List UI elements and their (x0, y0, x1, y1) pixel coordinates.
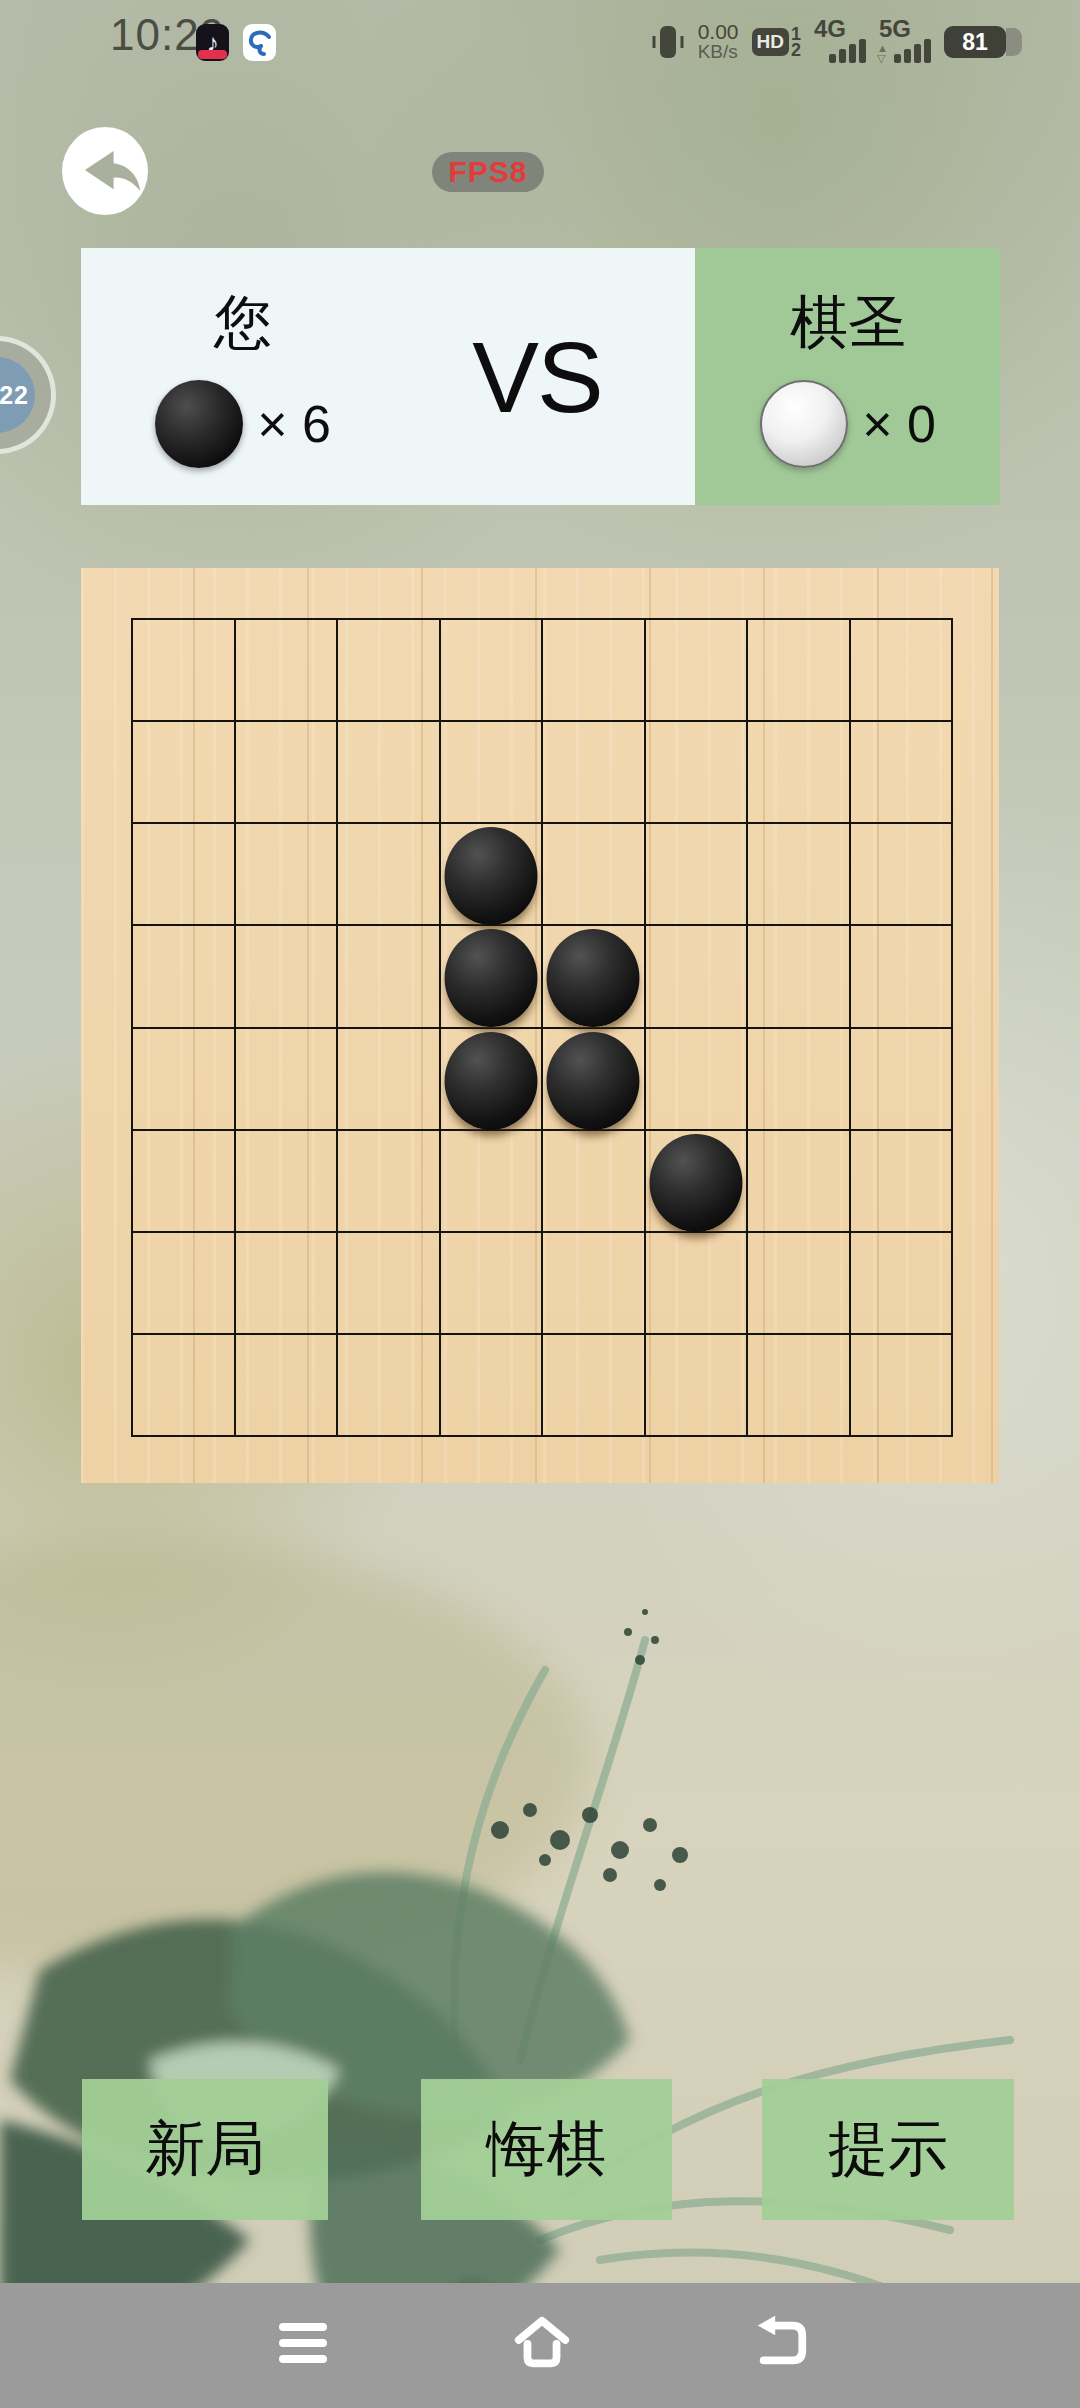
back-nav-icon[interactable] (752, 2313, 810, 2369)
new-game-button[interactable]: 新局 (82, 2079, 328, 2220)
board-cell-4-0[interactable] (132, 1028, 235, 1130)
board-cell-7-1[interactable] (235, 1334, 338, 1436)
douyin-ribbon (198, 50, 227, 59)
board-cell-4-3[interactable] (440, 1028, 543, 1130)
status-icons: 0.00 KB/s HD 1 2 4G 5G ▲▽ 81 (651, 20, 1022, 64)
board-cell-2-7[interactable] (850, 823, 953, 925)
volte-indicator: HD 1 2 (752, 26, 801, 58)
board-cell-2-2[interactable] (337, 823, 440, 925)
battery-percent: 81 (962, 29, 988, 56)
speed-unit: KB/s (698, 42, 738, 62)
black-stone-icon (155, 380, 243, 468)
hd-badge-icon: HD (752, 28, 789, 56)
board-cell-3-7[interactable] (850, 925, 953, 1027)
game-board (81, 568, 999, 1483)
board-cell-7-3[interactable] (440, 1334, 543, 1436)
board-grid (131, 618, 953, 1437)
hint-button[interactable]: 提示 (762, 2079, 1014, 2220)
opponent-stone-count: × 0 (862, 394, 936, 454)
board-cell-4-5[interactable] (645, 1028, 748, 1130)
board-cell-7-2[interactable] (337, 1334, 440, 1436)
sim2-signal-icon: 5G ▲▽ (879, 19, 931, 65)
black-stone (444, 929, 537, 1027)
player-panel: 您 × 6 VS (81, 248, 695, 505)
white-stone-icon (760, 380, 848, 468)
board-cell-6-4[interactable] (542, 1232, 645, 1334)
board-cell-4-2[interactable] (337, 1028, 440, 1130)
ink-speckle-flower (491, 1609, 688, 1891)
board-cell-0-3[interactable] (440, 619, 543, 721)
board-cell-1-0[interactable] (132, 721, 235, 823)
board-cell-1-5[interactable] (645, 721, 748, 823)
battery-icon: 81 (944, 26, 1022, 58)
board-cell-2-1[interactable] (235, 823, 338, 925)
assistive-bubble-value: 22 (0, 381, 29, 410)
board-cell-6-5[interactable] (645, 1232, 748, 1334)
board-cell-6-1[interactable] (235, 1232, 338, 1334)
network-speed: 0.00 KB/s (698, 22, 739, 62)
board-cell-4-6[interactable] (747, 1028, 850, 1130)
board-cell-3-5[interactable] (645, 925, 748, 1027)
speed-value: 0.00 (698, 22, 739, 42)
board-cell-6-0[interactable] (132, 1232, 235, 1334)
board-cell-2-5[interactable] (645, 823, 748, 925)
board-cell-5-4[interactable] (542, 1130, 645, 1232)
opponent-panel: 棋圣 × 0 (695, 248, 1000, 505)
fps-badge: FPS8 (432, 152, 544, 192)
board-cell-3-3[interactable] (440, 925, 543, 1027)
board-cell-6-3[interactable] (440, 1232, 543, 1334)
board-cell-0-4[interactable] (542, 619, 645, 721)
board-cell-7-4[interactable] (542, 1334, 645, 1436)
assistive-bubble[interactable]: 22 (0, 336, 56, 454)
board-cell-0-5[interactable] (645, 619, 748, 721)
board-cell-1-2[interactable] (337, 721, 440, 823)
board-cell-3-1[interactable] (235, 925, 338, 1027)
status-bar: 10:29 ♪ 0.00 KB/s HD 1 2 (0, 0, 1080, 70)
board-cell-7-6[interactable] (747, 1334, 850, 1436)
black-stone (444, 827, 537, 925)
board-cell-3-6[interactable] (747, 925, 850, 1027)
board-cell-3-2[interactable] (337, 925, 440, 1027)
board-cell-1-7[interactable] (850, 721, 953, 823)
board-cell-1-3[interactable] (440, 721, 543, 823)
board-cell-5-1[interactable] (235, 1130, 338, 1232)
telecom-logo-icon (247, 29, 273, 57)
board-cell-2-0[interactable] (132, 823, 235, 925)
assistive-bubble-disc: 22 (0, 357, 35, 433)
app-screen: 10:29 ♪ 0.00 KB/s HD 1 2 (0, 0, 1080, 2408)
board-cell-5-7[interactable] (850, 1130, 953, 1232)
douyin-notification-icon: ♪ (196, 24, 229, 61)
board-cell-5-3[interactable] (440, 1130, 543, 1232)
board-cell-0-7[interactable] (850, 619, 953, 721)
board-cell-5-5[interactable] (645, 1130, 748, 1232)
board-cell-0-1[interactable] (235, 619, 338, 721)
board-cell-7-7[interactable] (850, 1334, 953, 1436)
board-cell-5-6[interactable] (747, 1130, 850, 1232)
board-cell-1-1[interactable] (235, 721, 338, 823)
undo-move-button[interactable]: 悔棋 (421, 2079, 672, 2220)
sim1-signal-icon: 4G (814, 19, 866, 65)
back-arrow-icon (62, 127, 148, 215)
board-cell-0-2[interactable] (337, 619, 440, 721)
black-stone (547, 1032, 640, 1130)
board-cell-4-1[interactable] (235, 1028, 338, 1130)
vs-label: VS (472, 320, 601, 435)
board-cell-2-4[interactable] (542, 823, 645, 925)
sim2-index: 2 (791, 42, 801, 58)
board-cell-4-4[interactable] (542, 1028, 645, 1130)
menu-icon[interactable] (279, 2313, 327, 2373)
back-button[interactable] (62, 127, 148, 215)
lotus-painting (0, 1500, 1080, 2408)
board-cell-0-6[interactable] (747, 619, 850, 721)
china-telecom-notification-icon (243, 24, 276, 61)
player-name: 您 (214, 284, 272, 362)
black-stone (444, 1032, 537, 1130)
board-cell-3-0[interactable] (132, 925, 235, 1027)
scoreboard: 您 × 6 VS 棋圣 × 0 (81, 248, 1000, 505)
board-cell-1-4[interactable] (542, 721, 645, 823)
board-cell-1-6[interactable] (747, 721, 850, 823)
board-cell-2-6[interactable] (747, 823, 850, 925)
board-cell-7-5[interactable] (645, 1334, 748, 1436)
board-cell-5-2[interactable] (337, 1130, 440, 1232)
black-stone (649, 1134, 742, 1232)
board-cell-0-0[interactable] (132, 619, 235, 721)
vibrate-icon (651, 22, 685, 62)
board-cell-6-6[interactable] (747, 1232, 850, 1334)
home-icon[interactable] (511, 2313, 573, 2373)
board-cell-5-0[interactable] (132, 1130, 235, 1232)
board-cell-7-0[interactable] (132, 1334, 235, 1436)
board-cell-3-4[interactable] (542, 925, 645, 1027)
battery-cap (1006, 28, 1022, 56)
board-cell-6-7[interactable] (850, 1232, 953, 1334)
board-cell-2-3[interactable] (440, 823, 543, 925)
board-cell-4-7[interactable] (850, 1028, 953, 1130)
black-stone (547, 929, 640, 1027)
navigation-bar (0, 2283, 1080, 2408)
player-stone-count: × 6 (257, 394, 331, 454)
board-cell-6-2[interactable] (337, 1232, 440, 1334)
opponent-name: 棋圣 (790, 284, 906, 362)
